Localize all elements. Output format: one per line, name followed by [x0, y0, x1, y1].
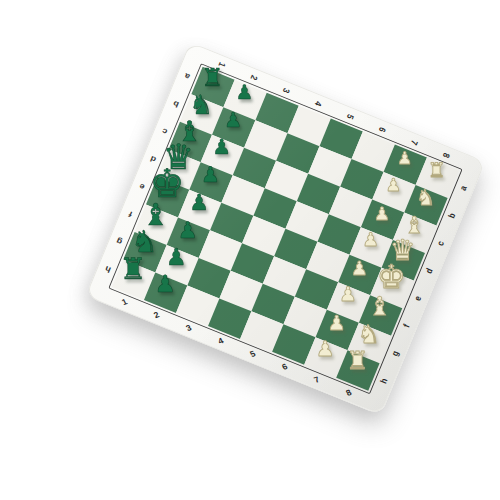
piece-cream-pawn-f7: ♟ [339, 285, 357, 305]
file-label-left-a: a [183, 72, 191, 81]
file-label-right-a: a [458, 184, 468, 191]
piece-cream-rook-h8: ♜ [346, 350, 368, 375]
rank-label-bottom-2: 2 [152, 310, 160, 319]
rank-label-bottom-7: 7 [313, 375, 321, 384]
file-label-right-h: h [379, 377, 389, 385]
piece-cream-pawn-g7: ♟ [327, 313, 345, 333]
rank-label-top-7: 7 [409, 139, 419, 146]
file-label-left-g: g [115, 237, 123, 246]
piece-green-rook-a1: ♜ [201, 66, 223, 91]
rank-label-top-6: 6 [377, 126, 387, 133]
file-label-left-f: f [128, 210, 134, 218]
piece-green-pawn-c2: ♟ [212, 137, 231, 158]
piece-cream-knight-g8: ♞ [357, 322, 380, 347]
piece-green-pawn-d2: ♟ [201, 164, 220, 186]
piece-green-pawn-h2: ♟ [154, 273, 175, 297]
piece-cream-pawn-b7: ♟ [385, 177, 401, 195]
rank-label-bottom-4: 4 [216, 336, 224, 345]
rank-label-bottom-6: 6 [280, 362, 288, 371]
file-label-left-h: h [104, 265, 112, 274]
piece-cream-bishop-f8: ♝ [369, 294, 392, 319]
rank-label-bottom-1: 1 [120, 297, 128, 306]
piece-green-pawn-b2: ♟ [224, 110, 242, 130]
rank-label-bottom-3: 3 [184, 323, 192, 332]
file-label-right-c: c [435, 240, 445, 247]
rank-label-top-3: 3 [281, 87, 291, 94]
piece-cream-pawn-e7: ♟ [351, 258, 368, 277]
piece-green-pawn-e2: ♟ [189, 191, 209, 213]
piece-cream-pawn-h7: ♟ [316, 340, 335, 361]
file-label-left-c: c [161, 127, 169, 136]
product-photo-background: { "game": "chess", "scene": "Product pho… [0, 0, 500, 500]
rank-label-top-4: 4 [313, 100, 323, 107]
piece-cream-king-e8: ♚ [377, 261, 406, 294]
piece-green-pawn-a2: ♟ [236, 83, 254, 103]
piece-cream-pawn-c7: ♟ [374, 204, 390, 222]
chess-set-photo: 1122334455667788aabbccddeeffgghh ♜♞♝♛♚♝♞… [0, 0, 500, 500]
file-label-right-g: g [390, 349, 400, 357]
piece-cream-knight-b8: ♞ [416, 187, 435, 209]
file-label-left-e: e [138, 182, 146, 191]
file-label-right-b: b [447, 212, 457, 220]
piece-green-rook-h1: ♜ [120, 255, 147, 285]
piece-cream-pawn-d7: ♟ [362, 231, 379, 250]
piece-green-pawn-f2: ♟ [178, 218, 198, 241]
file-label-right-d: d [424, 267, 434, 275]
piece-cream-rook-a8: ♜ [428, 161, 446, 181]
piece-green-pawn-g2: ♟ [166, 245, 187, 268]
file-label-left-b: b [172, 99, 180, 108]
rank-label-bottom-5: 5 [248, 349, 256, 358]
rank-label-bottom-8: 8 [345, 388, 353, 397]
piece-cream-pawn-a7: ♟ [397, 150, 412, 167]
file-label-right-e: e [413, 295, 423, 302]
file-label-right-f: f [402, 323, 411, 329]
rank-label-top-5: 5 [345, 113, 355, 120]
